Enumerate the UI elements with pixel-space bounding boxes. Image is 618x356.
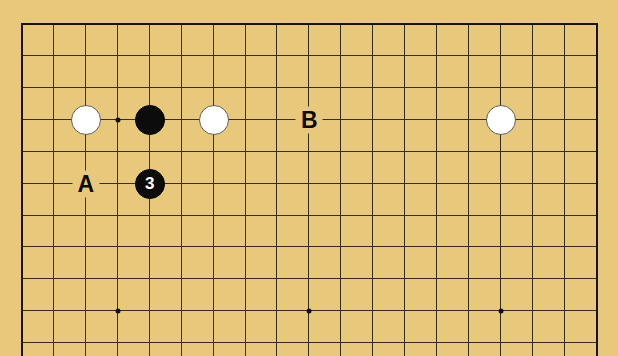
board-cell: [469, 247, 501, 279]
board-cell: [341, 216, 373, 248]
board-cell: [246, 279, 278, 311]
board-cell: [214, 311, 246, 343]
board-cell: [22, 88, 54, 120]
board-cell: [341, 247, 373, 279]
star-point: [115, 117, 120, 122]
board-cell: [501, 152, 533, 184]
board-cell: [405, 120, 437, 152]
board-cell: [469, 216, 501, 248]
board-grid: [22, 24, 597, 356]
board-cell: [182, 311, 214, 343]
board-cell: [341, 120, 373, 152]
board-cell: [469, 279, 501, 311]
point-label-b: B: [296, 106, 323, 133]
board-cell: [277, 279, 309, 311]
board-cell: [150, 56, 182, 88]
board-cell: [373, 88, 405, 120]
board-cell: [565, 216, 597, 248]
board-cell: [405, 184, 437, 216]
board-cell: [437, 343, 469, 356]
board-cell: [54, 56, 86, 88]
board-cell: [182, 56, 214, 88]
board-cell: [54, 216, 86, 248]
board-cell: [22, 343, 54, 356]
board-cell: [565, 184, 597, 216]
point-label-a: A: [72, 170, 99, 197]
board-cell: [277, 56, 309, 88]
board-cell: [565, 152, 597, 184]
board-cell: [22, 184, 54, 216]
board-cell: [54, 247, 86, 279]
board-cell: [341, 343, 373, 356]
board-cell: [86, 216, 118, 248]
board-cell: [469, 184, 501, 216]
board-cell: [341, 152, 373, 184]
board-cell: [501, 343, 533, 356]
board-cell: [22, 311, 54, 343]
board-cell: [373, 247, 405, 279]
board-cell: [86, 56, 118, 88]
board-cell: [309, 24, 341, 56]
board-cell: [150, 311, 182, 343]
board-cell: [565, 279, 597, 311]
board-cell: [118, 343, 150, 356]
board-cell: [341, 311, 373, 343]
board-cell: [341, 279, 373, 311]
board-cell: [405, 152, 437, 184]
board-cell: [469, 56, 501, 88]
board-cell: [22, 24, 54, 56]
board-cell: [405, 343, 437, 356]
board-cell: [309, 216, 341, 248]
board-cell: [182, 279, 214, 311]
board-cell: [533, 88, 565, 120]
board-cell: [533, 279, 565, 311]
board-cell: [405, 279, 437, 311]
board-cell: [373, 184, 405, 216]
board-cell: [118, 247, 150, 279]
star-point: [498, 309, 503, 314]
board-cell: [437, 24, 469, 56]
board-cell: [405, 247, 437, 279]
board-cell: [533, 184, 565, 216]
board-cell: [501, 216, 533, 248]
board-cell: [565, 311, 597, 343]
board-cell: [533, 24, 565, 56]
board-cell: [118, 24, 150, 56]
board-cell: [182, 343, 214, 356]
board-cell: [214, 247, 246, 279]
board-cell: [214, 216, 246, 248]
board-cell: [373, 152, 405, 184]
star-point: [115, 309, 120, 314]
board-cell: [22, 216, 54, 248]
board-cell: [437, 152, 469, 184]
board-cell: [22, 120, 54, 152]
board-cell: [565, 343, 597, 356]
board-cell: [341, 24, 373, 56]
board-cell: [246, 184, 278, 216]
board-cell: [182, 152, 214, 184]
board-cell: [277, 216, 309, 248]
board-cell: [214, 343, 246, 356]
board-cell: [373, 24, 405, 56]
board-cell: [309, 279, 341, 311]
board-cell: [565, 247, 597, 279]
board-cell: [246, 216, 278, 248]
board-cell: [246, 56, 278, 88]
board-cell: [118, 56, 150, 88]
board-cell: [437, 56, 469, 88]
board-cell: [150, 343, 182, 356]
board-cell: [405, 311, 437, 343]
board-cell: [469, 311, 501, 343]
white-stone: [486, 105, 516, 135]
board-cell: [246, 311, 278, 343]
board-cell: [277, 343, 309, 356]
board-cell: [309, 56, 341, 88]
board-cell: [150, 216, 182, 248]
board-cell: [373, 311, 405, 343]
board-cell: [373, 120, 405, 152]
board-cell: [214, 24, 246, 56]
board-cell: [533, 311, 565, 343]
white-stone: [199, 105, 229, 135]
board-cell: [373, 56, 405, 88]
board-cell: [501, 56, 533, 88]
board-cell: [214, 279, 246, 311]
board-cell: [22, 247, 54, 279]
board-cell: [309, 247, 341, 279]
board-cell: [469, 24, 501, 56]
board-cell: [150, 24, 182, 56]
board-cell: [246, 120, 278, 152]
board-cell: [150, 279, 182, 311]
board-cell: [533, 247, 565, 279]
board-cell: [118, 311, 150, 343]
board-cell: [437, 311, 469, 343]
board-cell: [182, 247, 214, 279]
board-cell: [309, 152, 341, 184]
board-cell: [501, 279, 533, 311]
board-cell: [341, 88, 373, 120]
board-cell: [309, 311, 341, 343]
board-cell: [533, 152, 565, 184]
board-cell: [214, 152, 246, 184]
board-cell: [86, 343, 118, 356]
board-cell: [405, 88, 437, 120]
board-cell: [277, 184, 309, 216]
board-cell: [533, 56, 565, 88]
board-cell: [533, 120, 565, 152]
board-cell: [533, 216, 565, 248]
board-cell: [373, 343, 405, 356]
board-cell: [501, 311, 533, 343]
board-cell: [54, 343, 86, 356]
board-cell: [373, 279, 405, 311]
star-point: [307, 309, 312, 314]
board-cell: [214, 184, 246, 216]
board-cell: [86, 311, 118, 343]
board-cell: [565, 88, 597, 120]
board-cell: [22, 279, 54, 311]
board-cell: [437, 216, 469, 248]
board-cell: [565, 120, 597, 152]
board-cell: [277, 152, 309, 184]
board-cell: [437, 184, 469, 216]
board-cell: [437, 120, 469, 152]
board-cell: [182, 216, 214, 248]
board-cell: [469, 152, 501, 184]
board-cell: [277, 311, 309, 343]
board-cell: [437, 279, 469, 311]
board-cell: [501, 184, 533, 216]
board-cell: [86, 24, 118, 56]
board-cell: [501, 24, 533, 56]
board-cell: [437, 247, 469, 279]
board-cell: [214, 56, 246, 88]
black-stone: [135, 105, 165, 135]
board-cell: [246, 343, 278, 356]
board-cell: [277, 24, 309, 56]
white-stone: [71, 105, 101, 135]
black-stone: 3: [135, 169, 165, 199]
board-cell: [405, 24, 437, 56]
board-cell: [341, 184, 373, 216]
board-cell: [182, 24, 214, 56]
board-cell: [309, 343, 341, 356]
board-cell: [246, 247, 278, 279]
board-cell: [533, 343, 565, 356]
board-cell: [277, 247, 309, 279]
board-cell: [309, 184, 341, 216]
board-cell: [501, 247, 533, 279]
board-cell: [150, 247, 182, 279]
board-cell: [405, 56, 437, 88]
board-cell: [86, 279, 118, 311]
board-cell: [437, 88, 469, 120]
board-cell: [565, 24, 597, 56]
board-cell: [54, 311, 86, 343]
board-cell: [54, 24, 86, 56]
move-number: 3: [145, 175, 154, 192]
board-cell: [86, 247, 118, 279]
board-cell: [246, 24, 278, 56]
board-cell: [341, 56, 373, 88]
board-cell: [246, 88, 278, 120]
board-cell: [469, 343, 501, 356]
board-cell: [565, 56, 597, 88]
go-board-diagram: AB3: [0, 0, 618, 356]
board-cell: [118, 216, 150, 248]
board-cell: [182, 184, 214, 216]
board-cell: [118, 279, 150, 311]
board-cell: [373, 216, 405, 248]
board-cell: [22, 56, 54, 88]
board-cell: [54, 279, 86, 311]
board-cell: [22, 152, 54, 184]
board-cell: [246, 152, 278, 184]
board-cell: [405, 216, 437, 248]
